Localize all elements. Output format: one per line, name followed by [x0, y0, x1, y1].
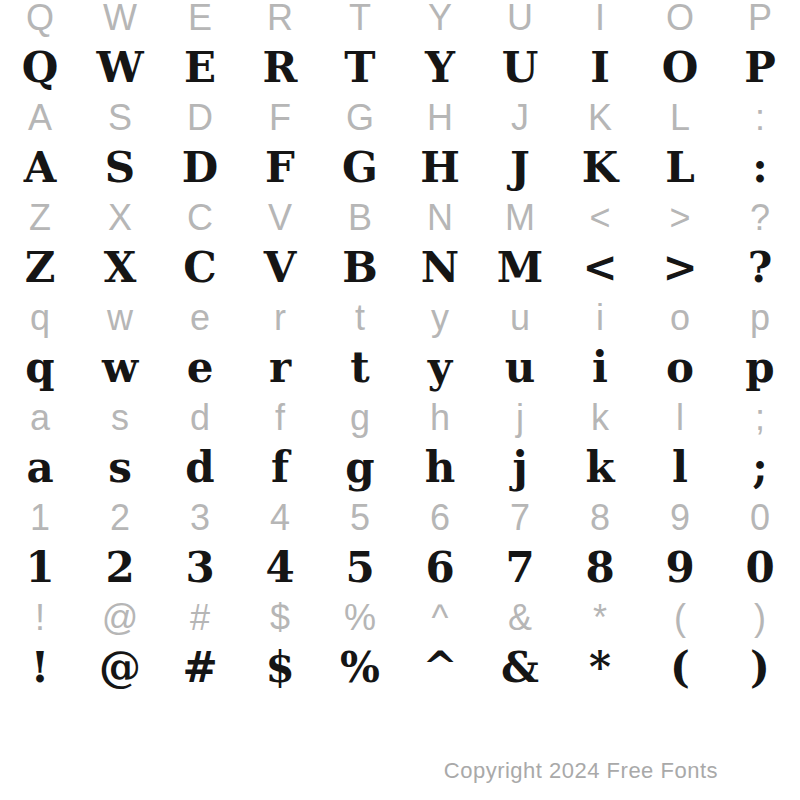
- char-cell-r7-c8: i: [560, 293, 640, 343]
- char-cell-r12-c1: 1: [0, 543, 80, 593]
- char-cell-r5-c9: >: [640, 193, 720, 243]
- char-cell-r4-c3: D: [160, 143, 240, 193]
- char-cell-r1-c2: W: [80, 0, 160, 43]
- char-cell-r13-c9: (: [640, 593, 720, 643]
- char-cell-r2-c7: U: [480, 43, 560, 93]
- char-cell-r7-c4: r: [240, 293, 320, 343]
- char-cell-r14-c9: (: [640, 643, 720, 693]
- char-cell-r1-c7: U: [480, 0, 560, 43]
- char-cell-r10-c7: j: [480, 443, 560, 493]
- char-cell-r11-c6: 6: [400, 493, 480, 543]
- char-cell-r3-c8: K: [560, 93, 640, 143]
- char-cell-r14-c3: #: [160, 643, 240, 693]
- char-cell-r2-c8: I: [560, 43, 640, 93]
- char-cell-r14-c6: ^: [400, 643, 480, 693]
- char-cell-r9-c4: f: [240, 393, 320, 443]
- char-cell-r4-c9: L: [640, 143, 720, 193]
- char-cell-r13-c8: *: [560, 593, 640, 643]
- char-cell-r5-c10: ?: [720, 193, 800, 243]
- char-cell-r7-c2: w: [80, 293, 160, 343]
- char-cell-r11-c7: 7: [480, 493, 560, 543]
- char-cell-r10-c2: s: [80, 443, 160, 493]
- char-cell-r8-c2: w: [80, 343, 160, 393]
- copyright-watermark: Copyright 2024 Free Fonts: [444, 758, 718, 784]
- char-cell-r10-c10: ;: [720, 443, 800, 493]
- char-cell-r3-c5: G: [320, 93, 400, 143]
- char-cell-r8-c5: t: [320, 343, 400, 393]
- char-cell-r3-c1: A: [0, 93, 80, 143]
- char-cell-r11-c4: 4: [240, 493, 320, 543]
- char-cell-r12-c7: 7: [480, 543, 560, 593]
- char-cell-r6-c2: X: [80, 243, 160, 293]
- char-cell-r8-c4: r: [240, 343, 320, 393]
- char-cell-r14-c4: $: [240, 643, 320, 693]
- char-cell-r8-c1: q: [0, 343, 80, 393]
- char-cell-r12-c4: 4: [240, 543, 320, 593]
- char-cell-r12-c6: 6: [400, 543, 480, 593]
- char-cell-r6-c1: Z: [0, 243, 80, 293]
- char-cell-r12-c3: 3: [160, 543, 240, 593]
- char-cell-r2-c3: E: [160, 43, 240, 93]
- char-cell-r8-c8: i: [560, 343, 640, 393]
- font-specimen-page: { "game": "font-specimen-character-grid"…: [0, 0, 800, 800]
- char-cell-r3-c7: J: [480, 93, 560, 143]
- char-cell-r1-c1: Q: [0, 0, 80, 43]
- char-cell-r9-c9: l: [640, 393, 720, 443]
- char-cell-r14-c10: ): [720, 643, 800, 693]
- char-cell-r5-c8: <: [560, 193, 640, 243]
- char-cell-r6-c4: V: [240, 243, 320, 293]
- char-cell-r12-c9: 9: [640, 543, 720, 593]
- char-cell-r5-c2: X: [80, 193, 160, 243]
- char-cell-r13-c2: @: [80, 593, 160, 643]
- char-cell-r7-c1: q: [0, 293, 80, 343]
- char-cell-r5-c4: V: [240, 193, 320, 243]
- char-cell-r2-c5: T: [320, 43, 400, 93]
- char-cell-r3-c2: S: [80, 93, 160, 143]
- char-cell-r1-c8: I: [560, 0, 640, 43]
- char-cell-r8-c7: u: [480, 343, 560, 393]
- char-cell-r4-c7: J: [480, 143, 560, 193]
- char-cell-r11-c8: 8: [560, 493, 640, 543]
- char-cell-r12-c10: 0: [720, 543, 800, 593]
- char-cell-r12-c5: 5: [320, 543, 400, 593]
- char-cell-r6-c5: B: [320, 243, 400, 293]
- char-cell-r9-c7: j: [480, 393, 560, 443]
- char-cell-r8-c9: o: [640, 343, 720, 393]
- char-cell-r1-c4: R: [240, 0, 320, 43]
- char-cell-r11-c9: 9: [640, 493, 720, 543]
- char-cell-r5-c5: B: [320, 193, 400, 243]
- char-cell-r14-c5: %: [320, 643, 400, 693]
- char-cell-r10-c8: k: [560, 443, 640, 493]
- char-cell-r9-c3: d: [160, 393, 240, 443]
- char-cell-r12-c8: 8: [560, 543, 640, 593]
- char-cell-r13-c3: #: [160, 593, 240, 643]
- char-cell-r2-c1: Q: [0, 43, 80, 93]
- char-cell-r14-c2: @: [80, 643, 160, 693]
- char-cell-r10-c1: a: [0, 443, 80, 493]
- char-cell-r4-c8: K: [560, 143, 640, 193]
- char-cell-r5-c3: C: [160, 193, 240, 243]
- char-cell-r4-c6: H: [400, 143, 480, 193]
- char-cell-r8-c3: e: [160, 343, 240, 393]
- char-cell-r7-c7: u: [480, 293, 560, 343]
- char-cell-r11-c10: 0: [720, 493, 800, 543]
- char-cell-r7-c10: p: [720, 293, 800, 343]
- char-cell-r7-c5: t: [320, 293, 400, 343]
- char-cell-r6-c6: N: [400, 243, 480, 293]
- char-cell-r9-c6: h: [400, 393, 480, 443]
- char-cell-r4-c1: A: [0, 143, 80, 193]
- char-cell-r6-c10: ?: [720, 243, 800, 293]
- char-cell-r6-c8: <: [560, 243, 640, 293]
- char-cell-r9-c10: ;: [720, 393, 800, 443]
- char-cell-r6-c9: >: [640, 243, 720, 293]
- char-cell-r3-c10: :: [720, 93, 800, 143]
- char-cell-r4-c5: G: [320, 143, 400, 193]
- char-cell-r13-c1: !: [0, 593, 80, 643]
- char-cell-r7-c9: o: [640, 293, 720, 343]
- char-cell-r10-c5: g: [320, 443, 400, 493]
- char-cell-r2-c2: W: [80, 43, 160, 93]
- char-cell-r1-c10: P: [720, 0, 800, 43]
- char-cell-r11-c3: 3: [160, 493, 240, 543]
- char-cell-r12-c2: 2: [80, 543, 160, 593]
- char-cell-r7-c3: e: [160, 293, 240, 343]
- char-cell-r2-c9: O: [640, 43, 720, 93]
- char-cell-r9-c8: k: [560, 393, 640, 443]
- char-cell-r14-c7: &: [480, 643, 560, 693]
- char-cell-r10-c4: f: [240, 443, 320, 493]
- char-cell-r13-c10: ): [720, 593, 800, 643]
- char-cell-r13-c6: ^: [400, 593, 480, 643]
- char-cell-r6-c3: C: [160, 243, 240, 293]
- character-grid: QWERTYUIOPQWERTYUIOPASDFGHJKL:ASDFGHJKL:…: [0, 0, 800, 693]
- char-cell-r3-c6: H: [400, 93, 480, 143]
- char-cell-r2-c4: R: [240, 43, 320, 93]
- char-cell-r2-c6: Y: [400, 43, 480, 93]
- char-cell-r14-c8: *: [560, 643, 640, 693]
- char-cell-r5-c1: Z: [0, 193, 80, 243]
- char-cell-r8-c6: y: [400, 343, 480, 393]
- char-cell-r4-c4: F: [240, 143, 320, 193]
- char-cell-r6-c7: M: [480, 243, 560, 293]
- char-cell-r10-c6: h: [400, 443, 480, 493]
- char-cell-r11-c1: 1: [0, 493, 80, 543]
- char-cell-r3-c4: F: [240, 93, 320, 143]
- char-cell-r9-c2: s: [80, 393, 160, 443]
- char-cell-r2-c10: P: [720, 43, 800, 93]
- char-cell-r10-c3: d: [160, 443, 240, 493]
- char-cell-r10-c9: l: [640, 443, 720, 493]
- char-cell-r8-c10: p: [720, 343, 800, 393]
- char-cell-r1-c5: T: [320, 0, 400, 43]
- char-cell-r7-c6: y: [400, 293, 480, 343]
- char-cell-r9-c5: g: [320, 393, 400, 443]
- char-cell-r5-c6: N: [400, 193, 480, 243]
- char-cell-r4-c2: S: [80, 143, 160, 193]
- char-cell-r9-c1: a: [0, 393, 80, 443]
- char-cell-r13-c7: &: [480, 593, 560, 643]
- char-cell-r5-c7: M: [480, 193, 560, 243]
- char-cell-r3-c3: D: [160, 93, 240, 143]
- char-cell-r1-c9: O: [640, 0, 720, 43]
- char-cell-r11-c5: 5: [320, 493, 400, 543]
- char-cell-r3-c9: L: [640, 93, 720, 143]
- char-cell-r13-c5: %: [320, 593, 400, 643]
- char-cell-r13-c4: $: [240, 593, 320, 643]
- char-cell-r11-c2: 2: [80, 493, 160, 543]
- char-cell-r1-c6: Y: [400, 0, 480, 43]
- char-cell-r14-c1: !: [0, 643, 80, 693]
- char-cell-r1-c3: E: [160, 0, 240, 43]
- char-cell-r4-c10: :: [720, 143, 800, 193]
